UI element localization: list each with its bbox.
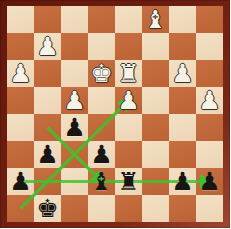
square-e1[interactable] <box>115 195 142 222</box>
square-a5[interactable] <box>7 87 34 114</box>
square-a3[interactable] <box>7 141 34 168</box>
square-b6[interactable] <box>34 60 61 87</box>
black-pawn-c4[interactable]: ♟ <box>61 114 88 141</box>
square-b8[interactable] <box>34 6 61 33</box>
square-a8[interactable] <box>7 6 34 33</box>
square-e7[interactable] <box>115 33 142 60</box>
white-pawn-h5[interactable]: ♟ <box>196 87 223 114</box>
square-f1[interactable] <box>142 195 169 222</box>
black-bishop-d2[interactable]: ♝ <box>88 168 115 195</box>
white-pawn-b7[interactable]: ♟ <box>34 33 61 60</box>
square-c7[interactable] <box>61 33 88 60</box>
black-pawn-a2[interactable]: ♟ <box>7 168 34 195</box>
square-a1[interactable] <box>7 195 34 222</box>
black-pawn-b3[interactable]: ♟ <box>34 141 61 168</box>
square-g1[interactable] <box>169 195 196 222</box>
white-king-d6[interactable]: ♚ <box>88 60 115 87</box>
square-c1[interactable] <box>61 195 88 222</box>
black-rook-e2[interactable]: ♜ <box>115 168 142 195</box>
square-h6[interactable] <box>196 60 223 87</box>
square-d4[interactable] <box>88 114 115 141</box>
black-pawn-g2[interactable]: ♟ <box>169 168 196 195</box>
square-f5[interactable] <box>142 87 169 114</box>
square-d8[interactable] <box>88 6 115 33</box>
square-h1[interactable] <box>196 195 223 222</box>
white-pawn-a6[interactable]: ♟ <box>7 60 34 87</box>
black-pawn-h2[interactable]: ♟ <box>196 168 223 195</box>
white-pawn-g6[interactable]: ♟ <box>169 60 196 87</box>
square-g7[interactable] <box>169 33 196 60</box>
square-f2[interactable] <box>142 168 169 195</box>
square-c8[interactable] <box>61 6 88 33</box>
black-king-b1[interactable]: ♚ <box>34 195 61 222</box>
square-b2[interactable] <box>34 168 61 195</box>
square-h4[interactable] <box>196 114 223 141</box>
square-g5[interactable] <box>169 87 196 114</box>
chess-board-frame: ♝♟♟♚♜♟♟♟♟♟♟♟♟♝♜♟♟♚ <box>0 0 230 228</box>
square-b4[interactable] <box>34 114 61 141</box>
square-f3[interactable] <box>142 141 169 168</box>
square-e3[interactable] <box>115 141 142 168</box>
square-a4[interactable] <box>7 114 34 141</box>
square-e4[interactable] <box>115 114 142 141</box>
square-c3[interactable] <box>61 141 88 168</box>
square-h8[interactable] <box>196 6 223 33</box>
square-g4[interactable] <box>169 114 196 141</box>
square-c6[interactable] <box>61 60 88 87</box>
white-pawn-c5[interactable]: ♟ <box>61 87 88 114</box>
white-bishop-f8[interactable]: ♝ <box>142 6 169 33</box>
black-pawn-d3[interactable]: ♟ <box>88 141 115 168</box>
square-f7[interactable] <box>142 33 169 60</box>
square-a7[interactable] <box>7 33 34 60</box>
square-d1[interactable] <box>88 195 115 222</box>
square-f6[interactable] <box>142 60 169 87</box>
square-d5[interactable] <box>88 87 115 114</box>
square-b5[interactable] <box>34 87 61 114</box>
square-g3[interactable] <box>169 141 196 168</box>
square-e8[interactable] <box>115 6 142 33</box>
square-d7[interactable] <box>88 33 115 60</box>
square-h7[interactable] <box>196 33 223 60</box>
white-pawn-e5[interactable]: ♟ <box>115 87 142 114</box>
square-g8[interactable] <box>169 6 196 33</box>
square-c2[interactable] <box>61 168 88 195</box>
square-h3[interactable] <box>196 141 223 168</box>
white-rook-e6[interactable]: ♜ <box>115 60 142 87</box>
square-f4[interactable] <box>142 114 169 141</box>
